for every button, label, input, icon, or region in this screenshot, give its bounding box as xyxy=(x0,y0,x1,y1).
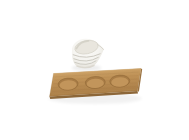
product-photo xyxy=(0,0,189,140)
photo-canvas xyxy=(0,0,189,140)
